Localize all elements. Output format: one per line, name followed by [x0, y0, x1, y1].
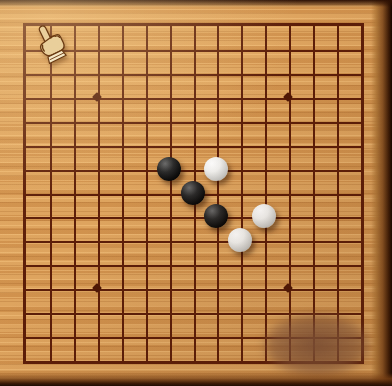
board-cell[interactable]: [241, 50, 265, 74]
board-cell[interactable]: [241, 289, 265, 313]
board-cell[interactable]: [241, 74, 265, 98]
board-cell[interactable]: [313, 265, 337, 289]
board-cell[interactable]: [98, 194, 122, 218]
board-cell[interactable]: [265, 170, 289, 194]
board-cell[interactable]: [74, 26, 98, 50]
board-cell[interactable]: [265, 122, 289, 146]
board-cell[interactable]: [289, 26, 313, 50]
board-cell[interactable]: [217, 337, 241, 361]
board-cell[interactable]: [50, 122, 74, 146]
board-cell[interactable]: [265, 50, 289, 74]
board-cell[interactable]: [50, 74, 74, 98]
board-cell[interactable]: [146, 194, 170, 218]
board-cell[interactable]: [170, 26, 194, 50]
board-cell[interactable]: [146, 74, 170, 98]
board-cell[interactable]: [337, 170, 361, 194]
board-cell[interactable]: [289, 98, 313, 122]
board-cell[interactable]: [74, 50, 98, 74]
board-cell[interactable]: [50, 313, 74, 337]
board-cell[interactable]: [265, 289, 289, 313]
board-cell[interactable]: [337, 194, 361, 218]
board-cell[interactable]: [146, 122, 170, 146]
board-cell[interactable]: [313, 289, 337, 313]
board-cell[interactable]: [74, 337, 98, 361]
board-cell[interactable]: [170, 241, 194, 265]
board-cell[interactable]: [313, 194, 337, 218]
board-cell[interactable]: [74, 217, 98, 241]
board-cell[interactable]: [241, 265, 265, 289]
board-cell[interactable]: [265, 26, 289, 50]
board-cell[interactable]: [194, 98, 218, 122]
board-cell[interactable]: [170, 74, 194, 98]
board-cell[interactable]: [170, 217, 194, 241]
board-cell[interactable]: [50, 289, 74, 313]
board-cell[interactable]: [337, 217, 361, 241]
black-stone-H8: [181, 181, 205, 205]
board-cell[interactable]: [98, 289, 122, 313]
board-cell[interactable]: [146, 313, 170, 337]
board-cell[interactable]: [265, 98, 289, 122]
board-cell[interactable]: [313, 170, 337, 194]
pointing-hand-cursor-icon: [31, 20, 77, 74]
board-cell[interactable]: [241, 337, 265, 361]
board-cell[interactable]: [122, 26, 146, 50]
board-cell[interactable]: [313, 217, 337, 241]
board-cell[interactable]: [98, 26, 122, 50]
board-cell[interactable]: [50, 194, 74, 218]
board-cell[interactable]: [74, 122, 98, 146]
board-cell[interactable]: [289, 194, 313, 218]
board-cell[interactable]: [26, 289, 50, 313]
board-cell[interactable]: [194, 241, 218, 265]
board-cell[interactable]: [289, 50, 313, 74]
board-cell[interactable]: [217, 122, 241, 146]
board-cell[interactable]: [122, 194, 146, 218]
board-cell[interactable]: [98, 122, 122, 146]
board-cell[interactable]: [146, 265, 170, 289]
board-cell[interactable]: [50, 170, 74, 194]
board-cell[interactable]: [170, 313, 194, 337]
board-cell[interactable]: [26, 122, 50, 146]
board-cell[interactable]: [74, 194, 98, 218]
board-cell[interactable]: [122, 170, 146, 194]
board-cell[interactable]: [50, 265, 74, 289]
board-cell[interactable]: [98, 146, 122, 170]
board-cell[interactable]: [146, 289, 170, 313]
board-cell[interactable]: [122, 265, 146, 289]
board-cell[interactable]: [194, 50, 218, 74]
board-cell[interactable]: [217, 265, 241, 289]
board-cell[interactable]: [241, 170, 265, 194]
board-cell[interactable]: [337, 241, 361, 265]
board-cell[interactable]: [313, 146, 337, 170]
white-stone-J6: [228, 228, 252, 252]
board-cell[interactable]: [122, 313, 146, 337]
board-cell[interactable]: [265, 146, 289, 170]
board-cell[interactable]: [313, 122, 337, 146]
board-cell[interactable]: [313, 241, 337, 265]
board-cell[interactable]: [26, 98, 50, 122]
board-cell[interactable]: [98, 337, 122, 361]
board-cell[interactable]: [170, 98, 194, 122]
board-cell[interactable]: [170, 50, 194, 74]
board-cell[interactable]: [313, 98, 337, 122]
white-stone-K7: [252, 204, 276, 228]
board-cell[interactable]: [194, 313, 218, 337]
board-cell[interactable]: [289, 170, 313, 194]
board-cell[interactable]: [98, 98, 122, 122]
board-cell[interactable]: [122, 217, 146, 241]
board-cell[interactable]: [170, 337, 194, 361]
board-cell[interactable]: [26, 146, 50, 170]
board-cell[interactable]: [146, 98, 170, 122]
board-cell[interactable]: [265, 241, 289, 265]
board-cell[interactable]: [74, 313, 98, 337]
board-cell[interactable]: [337, 26, 361, 50]
board-cell[interactable]: [289, 122, 313, 146]
board-cell[interactable]: [194, 26, 218, 50]
board-cell[interactable]: [337, 146, 361, 170]
board-cell[interactable]: [170, 289, 194, 313]
board-cell[interactable]: [122, 241, 146, 265]
board-cell[interactable]: [313, 26, 337, 50]
board-cell[interactable]: [26, 265, 50, 289]
board-cell[interactable]: [217, 289, 241, 313]
board-bottom-side-edge: [0, 373, 392, 386]
board-cell[interactable]: [98, 217, 122, 241]
board-cell[interactable]: [26, 170, 50, 194]
board-cell[interactable]: [289, 241, 313, 265]
board-cell[interactable]: [122, 50, 146, 74]
board-cell[interactable]: [146, 217, 170, 241]
board-cell[interactable]: [26, 241, 50, 265]
board-cell[interactable]: [98, 170, 122, 194]
board-cell[interactable]: [26, 313, 50, 337]
board-cell[interactable]: [122, 289, 146, 313]
board-cell[interactable]: [50, 146, 74, 170]
board-right-side-edge: [371, 0, 392, 386]
board-cell[interactable]: [122, 74, 146, 98]
board-cell[interactable]: [98, 265, 122, 289]
board-cell[interactable]: [241, 26, 265, 50]
board-cell[interactable]: [337, 289, 361, 313]
board-cell[interactable]: [26, 217, 50, 241]
board-cell[interactable]: [74, 241, 98, 265]
board-cell[interactable]: [194, 337, 218, 361]
board-cell[interactable]: [313, 50, 337, 74]
board-cell[interactable]: [26, 74, 50, 98]
board-cell[interactable]: [241, 146, 265, 170]
black-stone-G9: [157, 157, 181, 181]
board-cell[interactable]: [74, 289, 98, 313]
board-cell[interactable]: [217, 74, 241, 98]
board-cell[interactable]: [217, 50, 241, 74]
board-cell[interactable]: [337, 74, 361, 98]
goban-board: [0, 0, 392, 386]
board-cell[interactable]: [26, 194, 50, 218]
board-cell[interactable]: [122, 146, 146, 170]
board-cell[interactable]: [241, 98, 265, 122]
board-cell[interactable]: [122, 122, 146, 146]
board-cell[interactable]: [98, 313, 122, 337]
board-cell[interactable]: [50, 337, 74, 361]
blurred-watermark: [264, 314, 370, 376]
board-cell[interactable]: [337, 265, 361, 289]
board-cell[interactable]: [194, 289, 218, 313]
board-cell[interactable]: [122, 98, 146, 122]
board-top-edge: [0, 0, 392, 7]
board-cell[interactable]: [146, 337, 170, 361]
board-cell[interactable]: [98, 241, 122, 265]
board-cell[interactable]: [241, 122, 265, 146]
board-cell[interactable]: [146, 50, 170, 74]
board-cell[interactable]: [98, 50, 122, 74]
board-cell[interactable]: [146, 26, 170, 50]
board-cell[interactable]: [217, 26, 241, 50]
board-cell[interactable]: [74, 170, 98, 194]
board-cell[interactable]: [50, 241, 74, 265]
board-cell[interactable]: [289, 265, 313, 289]
board-cell[interactable]: [146, 241, 170, 265]
board-cell[interactable]: [98, 74, 122, 98]
board-cell[interactable]: [289, 289, 313, 313]
board-cell[interactable]: [74, 98, 98, 122]
board-cell[interactable]: [241, 313, 265, 337]
board-cell[interactable]: [289, 217, 313, 241]
board-cell[interactable]: [170, 265, 194, 289]
board-cell[interactable]: [217, 98, 241, 122]
board-cell[interactable]: [194, 122, 218, 146]
board-cell[interactable]: [337, 98, 361, 122]
board-cell[interactable]: [313, 74, 337, 98]
board-cell[interactable]: [289, 146, 313, 170]
board-cell[interactable]: [170, 122, 194, 146]
board-cell[interactable]: [50, 98, 74, 122]
board-cell[interactable]: [194, 74, 218, 98]
board-cell[interactable]: [337, 50, 361, 74]
board-cell[interactable]: [194, 265, 218, 289]
white-stone-I9: [204, 157, 228, 181]
board-cell[interactable]: [26, 337, 50, 361]
board-cell[interactable]: [122, 337, 146, 361]
board-cell[interactable]: [50, 217, 74, 241]
board-cell[interactable]: [337, 122, 361, 146]
board-cell[interactable]: [74, 146, 98, 170]
board-cell[interactable]: [217, 313, 241, 337]
board-cell[interactable]: [289, 74, 313, 98]
black-stone-I7: [204, 204, 228, 228]
